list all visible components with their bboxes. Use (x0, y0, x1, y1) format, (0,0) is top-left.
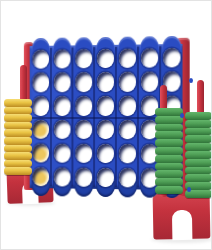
frame-foot-right (153, 192, 211, 240)
board-hole-r2c5-empty (118, 72, 135, 92)
green-disc-ring (155, 116, 183, 124)
board-hole-r1c2-empty (53, 49, 70, 69)
column-divider (137, 47, 139, 188)
green-disc-ring (155, 186, 183, 194)
column-divider (72, 47, 73, 186)
green-disc-ring (155, 131, 183, 139)
yellow-disc-ring (4, 114, 32, 122)
bolt-icon (189, 78, 193, 83)
column-divider (50, 48, 51, 187)
yellow-disc-ring (4, 122, 32, 130)
board-hole-r3c4-empty (97, 96, 114, 116)
board-hole-r1c6-empty (140, 48, 157, 68)
board-hole-r5c4-empty (97, 144, 114, 164)
board-hole-r1c4-empty (97, 48, 114, 68)
board-hole-r1c1-empty (32, 49, 48, 68)
yellow-disc-ring (4, 137, 32, 145)
bolt-icon (187, 187, 191, 192)
board-hole-r2c2-empty (53, 73, 70, 92)
board-hole-r3c3-empty (75, 96, 92, 115)
board-hole-r2c6-empty (140, 72, 157, 92)
board-hole-r1c3-empty (75, 49, 92, 69)
board-hole-r6c2-empty (53, 167, 70, 187)
board-hole-r4c2-empty (53, 120, 70, 139)
yellow-disc-ring (4, 152, 32, 160)
board-hole-r2c3-empty (75, 72, 92, 92)
yellow-disc-ring (4, 129, 32, 137)
board-hole-r6c5-empty (118, 168, 135, 188)
board-hole-r1c7-empty (163, 48, 180, 68)
board-hole-r4c5-empty (118, 120, 135, 140)
yellow-disc-ring (4, 107, 32, 115)
green-disc-ring (155, 170, 183, 178)
green-disc-ring (155, 139, 183, 147)
board-hole-r5c2-empty (53, 143, 70, 162)
yellow-disc-ring (4, 145, 32, 153)
green-disc-ring (185, 135, 212, 143)
green-disc-ring (185, 174, 212, 182)
green-disc-ring (185, 167, 212, 175)
board-hole-r2c1-empty (32, 73, 48, 92)
yellow-disc-stack (4, 99, 32, 175)
board-hole-r2c4-empty (97, 72, 114, 92)
board-hole-r3c2-empty (53, 96, 70, 115)
green-disc-stack-rear (185, 112, 212, 198)
yellow-disc-ring (4, 160, 32, 168)
yellow-disc-ring (4, 167, 32, 175)
board-hole-r4c4-empty (97, 120, 114, 140)
yellow-disc-ring (4, 99, 32, 107)
foot-arch-cutout (171, 210, 192, 240)
board-hole-r6c4-empty (97, 167, 114, 187)
green-disc-ring (155, 124, 183, 132)
green-disc-ring (155, 178, 183, 186)
board-hole-r4c3-empty (75, 120, 92, 139)
board-hole-r1c5-empty (118, 48, 135, 68)
green-disc-ring (185, 143, 212, 151)
column-divider (93, 47, 94, 187)
green-disc-ring (155, 163, 183, 171)
column-divider (115, 47, 116, 187)
board-hole-r5c5-empty (118, 144, 135, 164)
green-disc-ring (155, 108, 183, 116)
board-hole-r5c1-empty (32, 143, 48, 162)
board-hole-r6c1-empty (32, 167, 48, 186)
board-hole-r3c5-empty (118, 96, 135, 116)
green-disc-ring (185, 159, 212, 167)
green-disc-ring (185, 128, 212, 136)
bolt-icon (180, 113, 184, 118)
green-disc-ring (185, 151, 212, 159)
green-disc-ring (155, 147, 183, 155)
board-hole-r5c3-empty (75, 144, 92, 164)
connect-four-product-photo (0, 0, 212, 250)
green-disc-ring (185, 112, 212, 120)
green-disc-ring (185, 120, 212, 128)
board-hole-r3c1-empty (32, 96, 48, 115)
green-disc-ring (155, 155, 183, 163)
board-hole-r6c3-empty (75, 167, 92, 187)
green-disc-stack-front (155, 108, 183, 194)
board-hole-r4c1-empty (32, 120, 48, 139)
